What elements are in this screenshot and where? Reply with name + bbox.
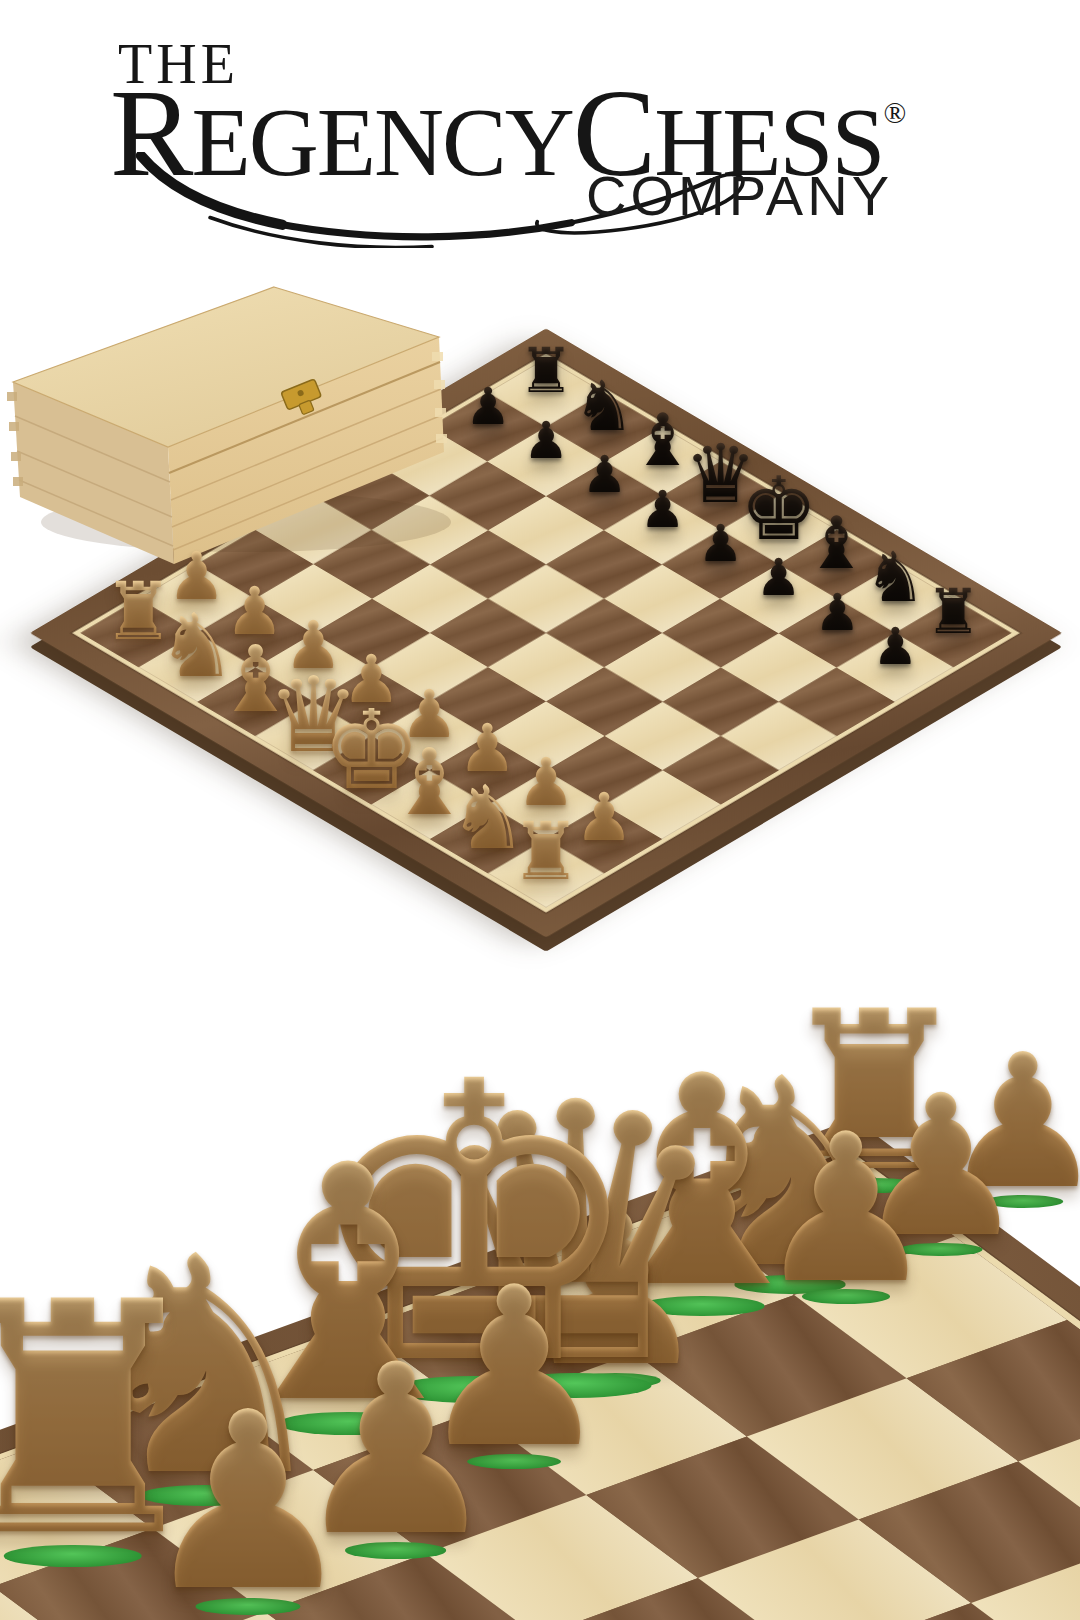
closeup-photo-white-pieces: ♜♞♟♝♟♚♟♛♟♝♞♟♜♟♟ [0,960,1080,1620]
brand-logo: THE REGENCYCHESS® COMPANY [0,0,1080,258]
product-page: THE REGENCYCHESS® COMPANY [0,0,1080,1620]
green-felt-base [195,1598,300,1615]
closeup-piece-white-pawn: ♟ [138,1380,358,1620]
green-felt-base [345,1542,446,1558]
registered-trademark-icon: ® [884,98,907,128]
closeup-pieces-layer: ♜♞♟♝♟♚♟♛♟♝♞♟♜♟♟ [0,960,1080,1620]
wooden-storage-box [6,272,466,602]
logo-word-company: COMPANY [586,168,893,224]
hero-photo-chess-set: ♜♞♝♛♚♝♞♜♟♟♟♟♟♟♟♟♟♟♟♟♟♟♟♟♜♞♝♛♚♝♞♜ [0,258,1080,960]
green-felt-base [4,1545,142,1567]
